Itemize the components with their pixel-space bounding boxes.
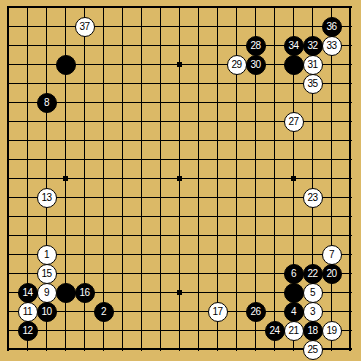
stone-white-35: 35 (303, 74, 323, 94)
stone-black-32: 32 (303, 36, 323, 56)
stone-black-34: 34 (284, 36, 304, 56)
stone-black-24: 24 (265, 321, 285, 341)
stone-black-16: 16 (75, 283, 95, 303)
stone-black-22: 22 (303, 264, 323, 284)
stone-white-9: 9 (37, 283, 57, 303)
stone-black-8: 8 (37, 93, 57, 113)
stone-black-20: 20 (322, 264, 342, 284)
stone-white-17: 17 (208, 302, 228, 322)
stone-white-11: 11 (18, 302, 38, 322)
grid-line-horizontal (7, 216, 352, 217)
stone-white-5: 5 (303, 283, 323, 303)
hoshi-point (291, 176, 296, 181)
go-diagram-page: 1234567891011121314151617181920212223242… (0, 0, 361, 361)
stone-white-27: 27 (284, 112, 304, 132)
stone-black-28: 28 (246, 36, 266, 56)
grid-line-vertical (331, 6, 332, 351)
grid-line-vertical (198, 6, 199, 351)
grid-line-vertical (217, 6, 218, 351)
stone-black-handicap (284, 283, 304, 303)
stone-black-4: 4 (284, 302, 304, 322)
stone-black-12: 12 (18, 321, 38, 341)
hoshi-point (177, 290, 182, 295)
hoshi-point (177, 176, 182, 181)
stone-black-26: 26 (246, 302, 266, 322)
stone-black-30: 30 (246, 55, 266, 75)
grid-line-horizontal (7, 197, 352, 198)
stone-white-3: 3 (303, 302, 323, 322)
stone-white-7: 7 (322, 245, 342, 265)
grid-line-horizontal (7, 348, 352, 350)
go-board[interactable]: 1234567891011121314151617181920212223242… (8, 7, 351, 350)
stone-white-15: 15 (37, 264, 57, 284)
stone-white-21: 21 (284, 321, 304, 341)
stone-white-25: 25 (303, 340, 323, 360)
stone-white-23: 23 (303, 188, 323, 208)
stone-white-37: 37 (75, 17, 95, 37)
stone-white-31: 31 (303, 55, 323, 75)
stone-black-36: 36 (322, 17, 342, 37)
stone-black-handicap (56, 283, 76, 303)
stone-white-1: 1 (37, 245, 57, 265)
stone-black-14: 14 (18, 283, 38, 303)
grid-line-horizontal (7, 254, 352, 255)
stone-black-18: 18 (303, 321, 323, 341)
hoshi-point (63, 176, 68, 181)
stone-white-19: 19 (322, 321, 342, 341)
stone-black-6: 6 (284, 264, 304, 284)
grid-line-vertical (274, 6, 275, 351)
stone-white-29: 29 (227, 55, 247, 75)
hoshi-point (177, 62, 182, 67)
grid-line-vertical (349, 6, 351, 351)
stone-black-handicap (56, 55, 76, 75)
stone-white-13: 13 (37, 188, 57, 208)
stone-black-2: 2 (94, 302, 114, 322)
stone-black-10: 10 (37, 302, 57, 322)
stone-black-handicap (284, 55, 304, 75)
stone-white-33: 33 (322, 36, 342, 56)
grid-line-horizontal (7, 235, 352, 236)
